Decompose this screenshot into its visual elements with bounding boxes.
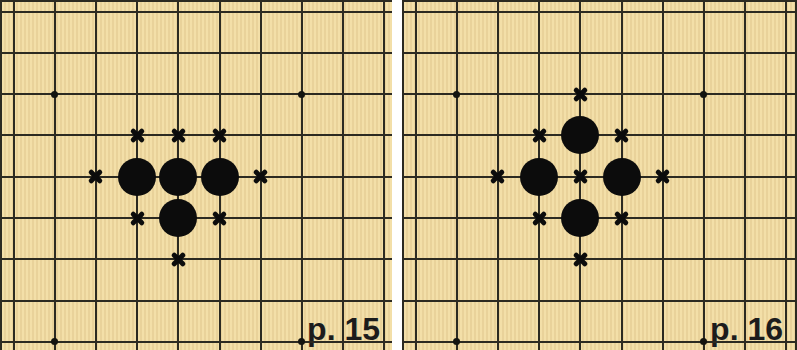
grid-line-horizontal [2,300,392,302]
liberty-mark-icon [489,168,506,185]
liberty-mark-icon [531,127,548,144]
grid-line-horizontal [404,217,795,219]
liberty-mark-icon [252,168,269,185]
grid-line-horizontal [404,300,795,302]
grid-line-horizontal [2,258,392,260]
star-point [298,338,305,345]
go-board-panel-right: p. 16 [402,0,797,350]
star-point [453,338,460,345]
grid-line-horizontal [2,52,392,54]
grid-line-horizontal [404,93,795,95]
liberty-mark-icon [613,127,630,144]
star-point [51,338,58,345]
grid-line-horizontal [2,11,392,13]
black-stone [159,199,197,237]
grid-line-horizontal [404,134,795,136]
grid-line-horizontal [404,258,795,260]
black-stone [201,158,239,196]
liberty-mark-icon [572,168,589,185]
black-stone [603,158,641,196]
grid-line-horizontal [404,11,795,13]
grid-line-horizontal [2,134,392,136]
black-stone [118,158,156,196]
liberty-mark-icon [572,86,589,103]
star-point [700,338,707,345]
black-stone [159,158,197,196]
panel-divider [392,0,402,350]
liberty-mark-icon [170,251,187,268]
grid-line-horizontal [404,52,795,54]
star-point [453,91,460,98]
black-stone [520,158,558,196]
liberty-mark-icon [87,168,104,185]
star-point [700,91,707,98]
black-stone [561,116,599,154]
liberty-mark-icon [129,210,146,227]
star-point [298,91,305,98]
liberty-mark-icon [211,210,228,227]
liberty-mark-icon [211,127,228,144]
black-stone [561,199,599,237]
liberty-mark-icon [129,127,146,144]
grid-line-horizontal [2,341,392,343]
page-background: p. 15 p. 16 [0,0,797,350]
grid-line-horizontal [2,93,392,95]
go-board-panel-left: p. 15 [0,0,392,350]
liberty-mark-icon [170,127,187,144]
grid-line-horizontal [404,176,795,178]
liberty-mark-icon [654,168,671,185]
liberty-mark-icon [572,251,589,268]
grid-line-horizontal [404,341,795,343]
liberty-mark-icon [613,210,630,227]
liberty-mark-icon [531,210,548,227]
star-point [51,91,58,98]
